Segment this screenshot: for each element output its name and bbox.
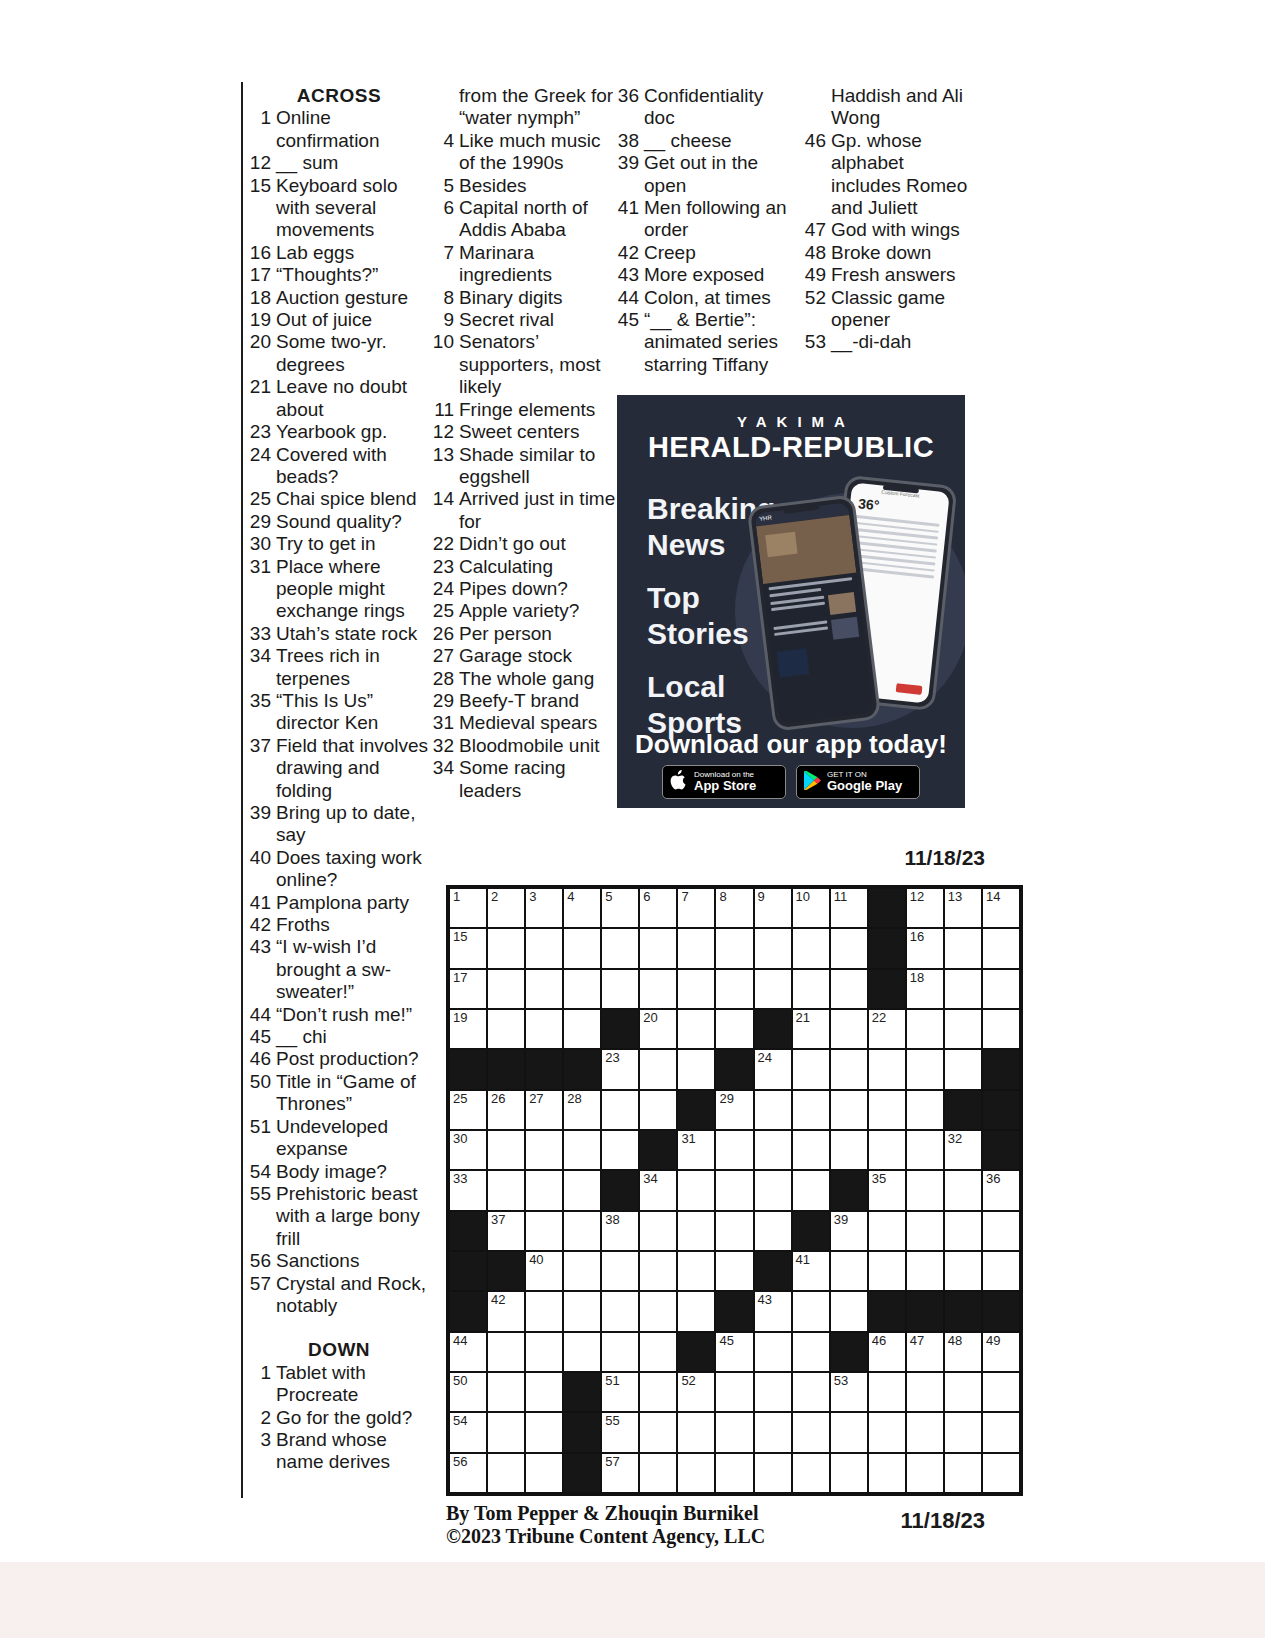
grid-cell[interactable] — [525, 1009, 563, 1049]
grid-cell[interactable] — [792, 1090, 830, 1130]
grid-cell[interactable]: 25 — [449, 1090, 487, 1130]
grid-cell[interactable] — [715, 1170, 753, 1210]
cell-number: 22 — [872, 1011, 886, 1025]
grid-cell[interactable] — [563, 1009, 601, 1049]
grid-cell[interactable]: 13 — [944, 888, 982, 928]
grid-block — [563, 1049, 601, 1089]
grid-cell[interactable] — [982, 1372, 1020, 1412]
cell-number: 3 — [529, 890, 536, 904]
apple-icon — [670, 770, 688, 794]
grid-cell[interactable] — [677, 928, 715, 968]
grid-cell[interactable]: 18 — [906, 969, 944, 1009]
grid-cell[interactable] — [754, 928, 792, 968]
clue-text: “This Is Us” director Ken — [276, 690, 433, 735]
grid-cell[interactable]: 2 — [487, 888, 525, 928]
clue-text: “I w-wish I’d brought a sw-sweater!” — [276, 936, 433, 1003]
clue: 14Arrived just in time for — [428, 488, 616, 533]
grid-cell[interactable]: 43 — [754, 1291, 792, 1331]
clue: 24Covered with beads? — [245, 444, 433, 489]
grid-cell[interactable]: 51 — [601, 1372, 639, 1412]
clue-number: 10 — [428, 331, 454, 398]
grid-cell[interactable] — [792, 1453, 830, 1493]
clue: 46Post production? — [245, 1048, 433, 1070]
grid-block — [982, 1049, 1020, 1089]
grid-cell[interactable] — [715, 1372, 753, 1412]
grid-cell[interactable] — [563, 928, 601, 968]
cell-number: 56 — [453, 1455, 467, 1469]
grid-cell[interactable]: 36 — [982, 1170, 1020, 1210]
grid-cell[interactable] — [487, 969, 525, 1009]
grid-cell[interactable]: 45 — [715, 1332, 753, 1372]
grid-cell[interactable] — [677, 969, 715, 1009]
grid-cell[interactable]: 46 — [868, 1332, 906, 1372]
grid-cell[interactable]: 42 — [487, 1291, 525, 1331]
clue-text: Bring up to date, say — [276, 802, 433, 847]
grid-cell[interactable]: 50 — [449, 1372, 487, 1412]
grid-cell[interactable]: 31 — [677, 1130, 715, 1170]
grid-cell[interactable] — [525, 1291, 563, 1331]
clue: 43More exposed — [613, 264, 796, 286]
clue: 12Sweet centers — [428, 421, 616, 443]
grid-cell[interactable]: 24 — [754, 1049, 792, 1089]
clue-number: 11 — [428, 399, 454, 421]
grid-cell[interactable] — [792, 1332, 830, 1372]
cell-number: 2 — [491, 890, 498, 904]
grid-cell[interactable] — [754, 1090, 792, 1130]
grid-cell[interactable] — [944, 1170, 982, 1210]
grid-cell[interactable]: 53 — [830, 1372, 868, 1412]
clue-number: 27 — [428, 645, 454, 667]
clue-number: 30 — [245, 533, 271, 555]
grid-cell[interactable] — [715, 969, 753, 1009]
grid-cell[interactable]: 48 — [944, 1332, 982, 1372]
clue-number: 44 — [613, 287, 639, 309]
clue: 18Auction gesture — [245, 287, 433, 309]
grid-cell[interactable]: 1 — [449, 888, 487, 928]
cell-number: 6 — [643, 890, 650, 904]
clue-number: 17 — [245, 264, 271, 286]
grid-cell[interactable] — [754, 1453, 792, 1493]
grid-cell[interactable] — [754, 1130, 792, 1170]
grid-cell[interactable] — [487, 1130, 525, 1170]
grid-cell[interactable] — [639, 928, 677, 968]
grid-cell[interactable] — [830, 1251, 868, 1291]
grid-cell[interactable] — [792, 1412, 830, 1452]
cell-number: 36 — [986, 1172, 1000, 1186]
grid-cell[interactable] — [601, 1090, 639, 1130]
grid-cell[interactable] — [868, 1130, 906, 1170]
clue: 43“I w-wish I’d brought a sw-sweater!” — [245, 936, 433, 1003]
google-play-badge[interactable]: GET IT ON Google Play — [796, 765, 920, 799]
grid-cell[interactable] — [754, 1372, 792, 1412]
grid-cell[interactable] — [639, 969, 677, 1009]
grid-cell[interactable] — [944, 1412, 982, 1452]
grid-cell[interactable]: 54 — [449, 1412, 487, 1452]
clue-text: __ cheese — [644, 130, 796, 152]
grid-cell[interactable] — [944, 1251, 982, 1291]
clue-text: Secret rival — [459, 309, 616, 331]
grid-cell[interactable] — [944, 969, 982, 1009]
grid-cell[interactable] — [601, 1332, 639, 1372]
clue-text: Crystal and Rock, notably — [276, 1273, 433, 1318]
grid-cell[interactable]: 49 — [982, 1332, 1020, 1372]
grid-cell[interactable] — [487, 1412, 525, 1452]
grid-cell[interactable] — [906, 1412, 944, 1452]
weather-red-button — [896, 683, 923, 695]
clue: 32Bloodmobile unit — [428, 735, 616, 757]
grid-cell[interactable] — [792, 1049, 830, 1089]
grid-cell[interactable] — [639, 1412, 677, 1452]
grid-cell[interactable] — [868, 1251, 906, 1291]
grid-cell[interactable] — [639, 1211, 677, 1251]
grid-cell[interactable] — [944, 1009, 982, 1049]
grid-cell[interactable] — [677, 1009, 715, 1049]
clue-number — [800, 85, 826, 130]
ad-brand: HERALD-REPUBLIC — [617, 431, 965, 464]
clue-number: 36 — [613, 85, 639, 130]
grid-cell[interactable]: 14 — [982, 888, 1020, 928]
clue-number: 28 — [428, 668, 454, 690]
grid-cell[interactable] — [906, 1009, 944, 1049]
clue: 35“This Is Us” director Ken — [245, 690, 433, 735]
grid-cell[interactable] — [677, 1291, 715, 1331]
grid-cell[interactable] — [639, 1453, 677, 1493]
grid-block — [449, 1211, 487, 1251]
grid-cell[interactable] — [944, 1453, 982, 1493]
grid-cell[interactable] — [715, 1412, 753, 1452]
grid-block — [982, 1130, 1020, 1170]
grid-cell[interactable]: 44 — [449, 1332, 487, 1372]
grid-cell[interactable] — [830, 1009, 868, 1049]
grid-cell[interactable] — [487, 1453, 525, 1493]
cell-number: 17 — [453, 971, 467, 985]
grid-cell[interactable] — [830, 1049, 868, 1089]
grid-cell[interactable]: 20 — [639, 1009, 677, 1049]
grid-cell[interactable] — [715, 1251, 753, 1291]
grid-cell[interactable] — [601, 969, 639, 1009]
grid-cell[interactable] — [677, 1251, 715, 1291]
grid-cell[interactable] — [830, 1412, 868, 1452]
grid-cell[interactable] — [525, 1130, 563, 1170]
grid-cell[interactable] — [563, 1251, 601, 1291]
clue-number: 51 — [245, 1116, 271, 1161]
grid-cell[interactable] — [982, 1211, 1020, 1251]
clue-number: 42 — [613, 242, 639, 264]
grid-cell[interactable] — [715, 1453, 753, 1493]
grid-cell[interactable] — [906, 1372, 944, 1412]
grid-cell[interactable] — [982, 1251, 1020, 1291]
grid-cell[interactable] — [906, 1049, 944, 1089]
clue-number: 39 — [613, 152, 639, 197]
grid-cell[interactable] — [677, 1412, 715, 1452]
grid-cell[interactable]: 5 — [601, 888, 639, 928]
grid-cell[interactable] — [868, 1453, 906, 1493]
grid-cell[interactable]: 39 — [830, 1211, 868, 1251]
grid-cell[interactable]: 8 — [715, 888, 753, 928]
clue-number: 12 — [428, 421, 454, 443]
clue: 25Chai spice blend — [245, 488, 433, 510]
cell-number: 11 — [834, 890, 848, 904]
grid-cell[interactable]: 21 — [792, 1009, 830, 1049]
grid-cell[interactable]: 11 — [830, 888, 868, 928]
phone-screen-news: YHR — [754, 502, 873, 724]
grid-cell[interactable] — [944, 1049, 982, 1089]
clue-text: Per person — [459, 623, 616, 645]
cell-number: 26 — [491, 1092, 505, 1106]
app-store-badge[interactable]: Download on the App Store — [662, 765, 786, 799]
grid-cell[interactable] — [487, 1332, 525, 1372]
grid-block — [563, 1453, 601, 1493]
grid-cell[interactable]: 40 — [525, 1251, 563, 1291]
grid-cell[interactable]: 7 — [677, 888, 715, 928]
grid-cell[interactable] — [639, 1332, 677, 1372]
grid-cell[interactable]: 12 — [906, 888, 944, 928]
grid-cell[interactable] — [906, 1211, 944, 1251]
clue-number: 19 — [245, 309, 271, 331]
grid-cell[interactable]: 16 — [906, 928, 944, 968]
clue-number: 23 — [428, 556, 454, 578]
grid-cell[interactable]: 17 — [449, 969, 487, 1009]
clue-text: Arrived just in time for — [459, 488, 616, 533]
clue: 46Gp. whose alphabet includes Romeo and … — [800, 130, 968, 220]
grid-cell[interactable] — [754, 1211, 792, 1251]
grid-cell[interactable] — [868, 1090, 906, 1130]
grid-cell[interactable] — [906, 1130, 944, 1170]
grid-cell[interactable]: 41 — [792, 1251, 830, 1291]
cell-number: 52 — [681, 1374, 695, 1388]
grid-cell[interactable] — [754, 1332, 792, 1372]
grid-cell[interactable] — [792, 1170, 830, 1210]
cell-number: 41 — [796, 1253, 810, 1267]
grid-cell[interactable] — [944, 1372, 982, 1412]
grid-cell[interactable] — [563, 1332, 601, 1372]
grid-cell[interactable] — [487, 1009, 525, 1049]
grid-cell[interactable]: 52 — [677, 1372, 715, 1412]
grid-cell[interactable] — [525, 1332, 563, 1372]
clue-text: Body image? — [276, 1161, 433, 1183]
clue-column-1: ACROSS1Online confirmation12__ sum15Keyb… — [245, 85, 433, 1474]
grid-cell[interactable]: 37 — [487, 1211, 525, 1251]
cell-number: 39 — [834, 1213, 848, 1227]
clue-text: Like much music of the 1990s — [459, 130, 616, 175]
grid-block — [677, 1332, 715, 1372]
grid-cell[interactable] — [563, 1130, 601, 1170]
grid-cell[interactable]: 30 — [449, 1130, 487, 1170]
clue-text: Utah’s state rock — [276, 623, 433, 645]
grid-cell[interactable] — [906, 1090, 944, 1130]
clue: 37Field that involves drawing and foldin… — [245, 735, 433, 802]
grid-cell[interactable] — [563, 1170, 601, 1210]
grid-cell[interactable]: 27 — [525, 1090, 563, 1130]
grid-cell[interactable]: 55 — [601, 1412, 639, 1452]
grid-cell[interactable] — [639, 1049, 677, 1089]
grid-cell[interactable] — [677, 1170, 715, 1210]
grid-cell[interactable] — [830, 969, 868, 1009]
clue-text: Chai spice blend — [276, 488, 433, 510]
grid-cell[interactable] — [906, 1170, 944, 1210]
clue-number: 24 — [428, 578, 454, 600]
grid-cell[interactable] — [792, 1291, 830, 1331]
clue-number: 56 — [245, 1250, 271, 1272]
grid-cell[interactable] — [563, 1291, 601, 1331]
clue-number: 31 — [245, 556, 271, 623]
grid-cell[interactable]: 28 — [563, 1090, 601, 1130]
page: { "game": "crossword", "page": { "top_da… — [0, 0, 1265, 1638]
clue-text: Field that involves drawing and folding — [276, 735, 433, 802]
grid-cell[interactable] — [601, 1291, 639, 1331]
grid-block — [982, 1291, 1020, 1331]
grid-cell[interactable] — [944, 1211, 982, 1251]
badge-line-big: Google Play — [827, 779, 902, 793]
grid-cell[interactable] — [754, 1412, 792, 1452]
grid-cell[interactable] — [677, 1453, 715, 1493]
grid-cell[interactable] — [525, 969, 563, 1009]
grid-cell[interactable] — [525, 1372, 563, 1412]
grid-cell[interactable]: 34 — [639, 1170, 677, 1210]
clue-number: 9 — [428, 309, 454, 331]
grid-cell[interactable]: 9 — [754, 888, 792, 928]
grid-cell[interactable] — [868, 1372, 906, 1412]
clue-number: 44 — [245, 1004, 271, 1026]
clue: 50Title in “Game of Thrones” — [245, 1071, 433, 1116]
clue-number — [428, 85, 454, 130]
cell-number: 49 — [986, 1334, 1000, 1348]
grid-cell[interactable] — [868, 1049, 906, 1089]
grid-cell[interactable]: 10 — [792, 888, 830, 928]
grid-cell[interactable] — [982, 1009, 1020, 1049]
grid-cell[interactable]: 33 — [449, 1170, 487, 1210]
grid-cell[interactable] — [792, 969, 830, 1009]
clue: 42Froths — [245, 914, 433, 936]
grid-cell[interactable]: 35 — [868, 1170, 906, 1210]
grid-cell[interactable]: 15 — [449, 928, 487, 968]
clue: 36Confidentiality doc — [613, 85, 796, 130]
clue-text: __ sum — [276, 152, 433, 174]
clue-number: 34 — [245, 645, 271, 690]
grid-cell[interactable] — [601, 928, 639, 968]
grid-block — [487, 1251, 525, 1291]
grid-cell[interactable] — [830, 1291, 868, 1331]
grid-cell[interactable] — [792, 1130, 830, 1170]
grid-cell[interactable] — [525, 1170, 563, 1210]
grid-cell[interactable]: 47 — [906, 1332, 944, 1372]
grid-cell[interactable]: 3 — [525, 888, 563, 928]
grid-cell[interactable] — [830, 928, 868, 968]
clue-number: 41 — [245, 892, 271, 914]
clue-number: 45 — [613, 309, 639, 376]
news-thumb — [828, 592, 856, 615]
clue: 34Some racing leaders — [428, 757, 616, 802]
grid-cell[interactable] — [792, 1372, 830, 1412]
clue-text: __ chi — [276, 1026, 433, 1048]
clue: 52Classic game opener — [800, 287, 968, 332]
grid-cell[interactable] — [982, 969, 1020, 1009]
clue-text: Medieval spears — [459, 712, 616, 734]
clue: 54Body image? — [245, 1161, 433, 1183]
grid-cell[interactable] — [715, 1211, 753, 1251]
grid-cell[interactable] — [868, 1412, 906, 1452]
clue-number: 49 — [800, 264, 826, 286]
clue-number: 42 — [245, 914, 271, 936]
clue: 44“Don’t rush me!” — [245, 1004, 433, 1026]
grid-cell[interactable] — [563, 1211, 601, 1251]
clue-number: 52 — [800, 287, 826, 332]
grid-cell[interactable]: 57 — [601, 1453, 639, 1493]
grid-cell[interactable] — [715, 1130, 753, 1170]
grid-cell[interactable] — [487, 928, 525, 968]
clue: 55Prehistoric beast with a large bony fr… — [245, 1183, 433, 1250]
grid-cell[interactable] — [487, 1170, 525, 1210]
clue-number: 57 — [245, 1273, 271, 1318]
clue-number: 14 — [428, 488, 454, 533]
clue: 33Utah’s state rock — [245, 623, 433, 645]
grid-cell[interactable] — [525, 928, 563, 968]
grid-cell[interactable] — [639, 1291, 677, 1331]
grid-cell[interactable] — [868, 1211, 906, 1251]
grid-cell[interactable] — [487, 1372, 525, 1412]
grid-cell[interactable]: 6 — [639, 888, 677, 928]
clue: 53__-di-dah — [800, 331, 968, 353]
grid-cell[interactable] — [525, 1211, 563, 1251]
clue-text: Didn’t go out — [459, 533, 616, 555]
grid-cell[interactable] — [715, 928, 753, 968]
grid-cell[interactable] — [754, 969, 792, 1009]
grid-cell[interactable]: 23 — [601, 1049, 639, 1089]
grid-cell[interactable] — [677, 1049, 715, 1089]
clue: from the Greek for “water nymph” — [428, 85, 616, 130]
grid-cell[interactable]: 26 — [487, 1090, 525, 1130]
grid-cell[interactable]: 56 — [449, 1453, 487, 1493]
grid-cell[interactable] — [906, 1251, 944, 1291]
grid-cell[interactable] — [906, 1453, 944, 1493]
grid-cell[interactable]: 29 — [715, 1090, 753, 1130]
grid-cell[interactable] — [525, 1412, 563, 1452]
grid-cell[interactable] — [639, 1251, 677, 1291]
clue-text: “Don’t rush me!” — [276, 1004, 433, 1026]
grid-cell[interactable] — [830, 1090, 868, 1130]
grid-cell[interactable] — [830, 1130, 868, 1170]
grid-cell[interactable]: 38 — [601, 1211, 639, 1251]
grid-cell[interactable] — [982, 1453, 1020, 1493]
clue: 27Garage stock — [428, 645, 616, 667]
grid-cell[interactable] — [792, 928, 830, 968]
clue-number: 37 — [245, 735, 271, 802]
grid-cell[interactable] — [715, 1009, 753, 1049]
grid-cell[interactable] — [754, 1170, 792, 1210]
grid-cell[interactable]: 32 — [944, 1130, 982, 1170]
clue-text: Bloodmobile unit — [459, 735, 616, 757]
grid-cell[interactable]: 22 — [868, 1009, 906, 1049]
grid-cell[interactable] — [601, 1130, 639, 1170]
clue-text: Some two-yr. degrees — [276, 331, 433, 376]
grid-cell[interactable] — [830, 1453, 868, 1493]
grid-cell[interactable]: 19 — [449, 1009, 487, 1049]
grid-cell[interactable] — [563, 969, 601, 1009]
clue-text: Men following an order — [644, 197, 796, 242]
grid-cell[interactable] — [639, 1372, 677, 1412]
grid-cell[interactable]: 4 — [563, 888, 601, 928]
grid-cell[interactable] — [601, 1251, 639, 1291]
grid-cell[interactable] — [982, 1412, 1020, 1452]
grid-cell[interactable] — [677, 1211, 715, 1251]
grid-cell[interactable] — [982, 928, 1020, 968]
grid-cell[interactable] — [639, 1090, 677, 1130]
clue: 25Apple variety? — [428, 600, 616, 622]
clue-text: Fresh answers — [831, 264, 968, 286]
grid-cell[interactable] — [525, 1453, 563, 1493]
grid-block — [868, 888, 906, 928]
grid-cell[interactable] — [944, 928, 982, 968]
